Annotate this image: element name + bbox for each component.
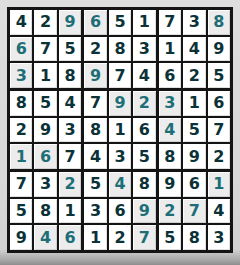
- cell-r9c8[interactable]: 8: [183, 225, 205, 250]
- cell-r4c5[interactable]: 9: [109, 91, 131, 116]
- cell-r3c6[interactable]: 4: [133, 63, 155, 88]
- cell-r5c3[interactable]: 3: [59, 118, 81, 143]
- cell-r2c8[interactable]: 4: [183, 37, 205, 62]
- sudoku-box-5: 792816435: [84, 91, 155, 169]
- cell-r8c5[interactable]: 6: [109, 199, 131, 224]
- cell-r5c6[interactable]: 6: [133, 118, 155, 143]
- cell-r3c3[interactable]: 8: [59, 63, 81, 88]
- cell-r7c1[interactable]: 7: [10, 172, 32, 197]
- cell-r7c5[interactable]: 4: [109, 172, 131, 197]
- cell-r4c8[interactable]: 1: [183, 91, 205, 116]
- cell-r9c9[interactable]: 3: [208, 225, 230, 250]
- cell-r4c4[interactable]: 7: [84, 91, 106, 116]
- cell-r7c9[interactable]: 1: [208, 172, 230, 197]
- cell-r4c3[interactable]: 4: [59, 91, 81, 116]
- cell-r3c7[interactable]: 6: [159, 63, 181, 88]
- cell-r1c9[interactable]: 8: [208, 10, 230, 35]
- cell-r2c5[interactable]: 8: [109, 37, 131, 62]
- cell-r6c7[interactable]: 8: [159, 144, 181, 169]
- cell-r9c7[interactable]: 5: [159, 225, 181, 250]
- cell-r5c8[interactable]: 5: [183, 118, 205, 143]
- cell-r8c3[interactable]: 1: [59, 199, 81, 224]
- cell-r9c5[interactable]: 2: [109, 225, 131, 250]
- cell-r6c4[interactable]: 4: [84, 144, 106, 169]
- sudoku-box-3: 738149625: [159, 10, 230, 88]
- cell-r3c5[interactable]: 7: [109, 63, 131, 88]
- cell-r7c4[interactable]: 5: [84, 172, 106, 197]
- sudoku-box-1: 429675318: [10, 10, 81, 88]
- cell-r4c9[interactable]: 6: [208, 91, 230, 116]
- sudoku-box-6: 316457892: [159, 91, 230, 169]
- cell-r9c3[interactable]: 6: [59, 225, 81, 250]
- cell-r9c1[interactable]: 9: [10, 225, 32, 250]
- cell-r7c7[interactable]: 9: [159, 172, 181, 197]
- cell-r2c2[interactable]: 7: [34, 37, 56, 62]
- cell-r8c6[interactable]: 9: [133, 199, 155, 224]
- cell-r1c4[interactable]: 6: [84, 10, 106, 35]
- sudoku-box-7: 732581946: [10, 172, 81, 250]
- sudoku-board: 4296753186512839747381496258542931677928…: [7, 7, 233, 253]
- cell-r8c4[interactable]: 3: [84, 199, 106, 224]
- cell-r1c7[interactable]: 7: [159, 10, 181, 35]
- cell-r6c6[interactable]: 5: [133, 144, 155, 169]
- cell-r9c6[interactable]: 7: [133, 225, 155, 250]
- cell-r3c9[interactable]: 5: [208, 63, 230, 88]
- cell-r7c3[interactable]: 2: [59, 172, 81, 197]
- cell-r5c7[interactable]: 4: [159, 118, 181, 143]
- sudoku-box-9: 961274583: [159, 172, 230, 250]
- cell-r4c6[interactable]: 2: [133, 91, 155, 116]
- cell-r8c7[interactable]: 2: [159, 199, 181, 224]
- cell-r2c9[interactable]: 9: [208, 37, 230, 62]
- cell-r3c8[interactable]: 2: [183, 63, 205, 88]
- cell-r3c1[interactable]: 3: [10, 63, 32, 88]
- cell-r5c9[interactable]: 7: [208, 118, 230, 143]
- cell-r2c1[interactable]: 6: [10, 37, 32, 62]
- cell-r2c7[interactable]: 1: [159, 37, 181, 62]
- cell-r2c6[interactable]: 3: [133, 37, 155, 62]
- cell-r2c3[interactable]: 5: [59, 37, 81, 62]
- cell-r5c2[interactable]: 9: [34, 118, 56, 143]
- cell-r3c2[interactable]: 1: [34, 63, 56, 88]
- cell-r1c3[interactable]: 9: [59, 10, 81, 35]
- cell-r1c2[interactable]: 2: [34, 10, 56, 35]
- cell-r9c2[interactable]: 4: [34, 225, 56, 250]
- cell-r6c9[interactable]: 2: [208, 144, 230, 169]
- cell-r4c1[interactable]: 8: [10, 91, 32, 116]
- cell-r6c1[interactable]: 1: [10, 144, 32, 169]
- cell-r6c3[interactable]: 7: [59, 144, 81, 169]
- cell-r5c4[interactable]: 8: [84, 118, 106, 143]
- cell-r1c8[interactable]: 3: [183, 10, 205, 35]
- page-background: 4296753186512839747381496258542931677928…: [0, 0, 240, 265]
- cell-r8c8[interactable]: 7: [183, 199, 205, 224]
- cell-r7c8[interactable]: 6: [183, 172, 205, 197]
- cell-r4c2[interactable]: 5: [34, 91, 56, 116]
- sudoku-box-2: 651283974: [84, 10, 155, 88]
- cell-r7c2[interactable]: 3: [34, 172, 56, 197]
- cell-r1c5[interactable]: 5: [109, 10, 131, 35]
- cell-r8c1[interactable]: 5: [10, 199, 32, 224]
- cell-r2c4[interactable]: 2: [84, 37, 106, 62]
- cell-r9c4[interactable]: 1: [84, 225, 106, 250]
- cell-r1c1[interactable]: 4: [10, 10, 32, 35]
- cell-r6c2[interactable]: 6: [34, 144, 56, 169]
- cell-r5c5[interactable]: 1: [109, 118, 131, 143]
- cell-r4c7[interactable]: 3: [159, 91, 181, 116]
- cell-r8c9[interactable]: 4: [208, 199, 230, 224]
- cell-r7c6[interactable]: 8: [133, 172, 155, 197]
- cell-r8c2[interactable]: 8: [34, 199, 56, 224]
- sudoku-box-8: 548369127: [84, 172, 155, 250]
- sudoku-box-4: 854293167: [10, 91, 81, 169]
- cell-r1c6[interactable]: 1: [133, 10, 155, 35]
- cell-r6c8[interactable]: 9: [183, 144, 205, 169]
- cell-r6c5[interactable]: 3: [109, 144, 131, 169]
- cell-r3c4[interactable]: 9: [84, 63, 106, 88]
- cell-r5c1[interactable]: 2: [10, 118, 32, 143]
